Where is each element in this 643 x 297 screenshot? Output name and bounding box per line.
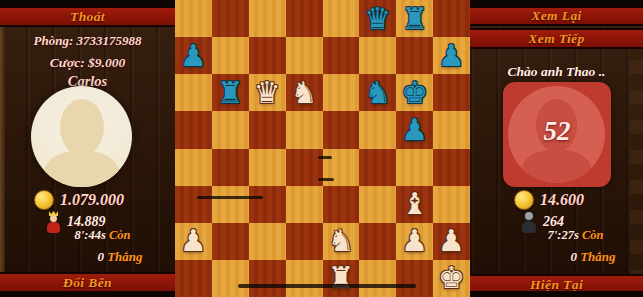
square-c6[interactable]: ♛ — [249, 74, 286, 111]
piece-white-pawn: ♟ — [175, 223, 212, 260]
square-d5[interactable] — [286, 111, 323, 148]
review-button-label: Xem Lại — [531, 8, 581, 24]
switch-side-button[interactable]: Đổi Bên — [0, 272, 175, 293]
square-f4[interactable] — [359, 149, 396, 186]
square-b2[interactable] — [212, 223, 249, 260]
left-player-panel: Thoát Phòng: 3733175988 Cược: $9.000 Car… — [0, 0, 175, 297]
player-wins-value: 0 — [97, 249, 104, 264]
piece-black-king: ♚ — [396, 74, 433, 111]
piece-white-knight: ♞ — [286, 74, 323, 111]
opponent-coins-value: 14.600 — [540, 191, 584, 209]
piece-black-pawn: ♟ — [175, 37, 212, 74]
square-c7[interactable] — [249, 37, 286, 74]
square-b6[interactable]: ♜ — [212, 74, 249, 111]
player-avatar — [31, 86, 132, 187]
square-c4[interactable] — [249, 149, 286, 186]
square-g7[interactable] — [396, 37, 433, 74]
opponent-time-value: 7':27s — [548, 228, 579, 242]
square-g2[interactable]: ♟ — [396, 223, 433, 260]
opponent-wins: 0 Thắng — [553, 249, 633, 265]
chess-game-screen: Thoát Phòng: 3733175988 Cược: $9.000 Car… — [0, 0, 643, 297]
square-d1[interactable] — [286, 260, 323, 297]
opponent-wins-value: 0 — [570, 249, 577, 264]
square-a3[interactable] — [175, 186, 212, 223]
wood-scratch-decoration — [197, 196, 263, 199]
exit-button[interactable]: Thoát — [0, 6, 175, 27]
square-c3[interactable] — [249, 186, 286, 223]
wood-scratch-decoration — [238, 284, 416, 288]
review-button[interactable]: Xem Lại — [470, 6, 643, 26]
gold-coin-icon — [34, 190, 54, 210]
wood-scratch-decoration — [318, 156, 332, 159]
square-e2[interactable]: ♞ — [323, 223, 360, 260]
square-a7[interactable]: ♟ — [175, 37, 212, 74]
opponent-time-remaining: 7':27s Còn — [523, 228, 628, 243]
square-e8[interactable] — [323, 0, 360, 37]
square-f5[interactable] — [359, 111, 396, 148]
square-a2[interactable]: ♟ — [175, 223, 212, 260]
piece-black-rook: ♜ — [212, 74, 249, 111]
square-f8[interactable]: ♛ — [359, 0, 396, 37]
continue-button-label: Xem Tiếp — [528, 31, 584, 47]
square-a8[interactable] — [175, 0, 212, 37]
room-number: Phòng: 3733175988 — [0, 33, 175, 49]
piece-white-bishop: ♝ — [396, 186, 433, 223]
player-wins-suffix: Thắng — [107, 249, 142, 264]
piece-white-pawn: ♟ — [433, 223, 470, 260]
square-h2[interactable]: ♟ — [433, 223, 470, 260]
square-h3[interactable] — [433, 186, 470, 223]
square-e7[interactable] — [323, 37, 360, 74]
square-d7[interactable] — [286, 37, 323, 74]
square-g5[interactable]: ♟ — [396, 111, 433, 148]
right-player-panel: Xem Lại Xem Tiếp Chào anh Thao .. 52 14.… — [470, 0, 643, 297]
piece-white-king: ♚ — [433, 260, 470, 297]
avatar-shoulders-silhouette — [44, 150, 119, 187]
gold-coin-icon — [514, 190, 534, 210]
avatar-head-silhouette — [60, 99, 104, 156]
square-e6[interactable] — [323, 74, 360, 111]
square-d4[interactable] — [286, 149, 323, 186]
piece-white-queen: ♛ — [249, 74, 286, 111]
square-a5[interactable] — [175, 111, 212, 148]
square-d2[interactable] — [286, 223, 323, 260]
square-e1[interactable]: ♜ — [323, 260, 360, 297]
player-time-remaining: 8':44s Còn — [50, 228, 155, 243]
square-b1[interactable] — [212, 260, 249, 297]
square-a6[interactable] — [175, 74, 212, 111]
square-e5[interactable] — [323, 111, 360, 148]
piece-black-queen: ♛ — [359, 0, 396, 37]
player-coins-value: 1.079.000 — [60, 191, 124, 209]
square-c2[interactable] — [249, 223, 286, 260]
square-h5[interactable] — [433, 111, 470, 148]
square-d8[interactable] — [286, 0, 323, 37]
piece-black-pawn: ♟ — [396, 111, 433, 148]
opponent-wins-suffix: Thắng — [580, 249, 615, 264]
player-time-suffix: Còn — [109, 228, 131, 242]
square-b7[interactable] — [212, 37, 249, 74]
panel-bottom-edge — [470, 291, 643, 297]
square-g3[interactable]: ♝ — [396, 186, 433, 223]
piece-white-rook: ♜ — [323, 260, 360, 297]
panel-top-edge — [0, 0, 175, 6]
square-f7[interactable] — [359, 37, 396, 74]
turn-timer: 52 — [503, 116, 611, 147]
opponent-shoulders-silhouette — [522, 149, 591, 183]
player-time-value: 8':44s — [75, 228, 106, 242]
square-f3[interactable] — [359, 186, 396, 223]
square-f2[interactable] — [359, 223, 396, 260]
piece-white-knight: ♞ — [323, 223, 360, 260]
panel-bottom-edge — [0, 291, 175, 297]
square-c8[interactable] — [249, 0, 286, 37]
square-c1[interactable] — [249, 260, 286, 297]
square-h4[interactable] — [433, 149, 470, 186]
square-b3[interactable] — [212, 186, 249, 223]
bet-amount: Cược: $9.000 — [0, 55, 175, 71]
square-c5[interactable] — [249, 111, 286, 148]
switch-side-button-label: Đổi Bên — [63, 275, 112, 291]
square-g1[interactable] — [396, 260, 433, 297]
square-b5[interactable] — [212, 111, 249, 148]
opponent-avatar: 52 — [503, 82, 611, 187]
piece-black-knight: ♞ — [359, 74, 396, 111]
continue-button[interactable]: Xem Tiếp — [470, 28, 643, 49]
square-g6[interactable]: ♚ — [396, 74, 433, 111]
square-h1[interactable]: ♚ — [433, 260, 470, 297]
square-b8[interactable] — [212, 0, 249, 37]
square-g4[interactable] — [396, 149, 433, 186]
square-d6[interactable]: ♞ — [286, 74, 323, 111]
square-f1[interactable] — [359, 260, 396, 297]
square-h8[interactable] — [433, 0, 470, 37]
square-b4[interactable] — [212, 149, 249, 186]
square-a1[interactable] — [175, 260, 212, 297]
square-e3[interactable] — [323, 186, 360, 223]
chess-board: ♛♜♟♟♜♛♞♞♚♟♝♟♞♟♟♜♚ — [175, 0, 470, 297]
square-h7[interactable]: ♟ — [433, 37, 470, 74]
panel-top-edge — [470, 0, 643, 6]
wood-scratch-decoration — [318, 178, 334, 181]
square-f6[interactable]: ♞ — [359, 74, 396, 111]
player-coins-row: 1.079.000 — [34, 190, 124, 210]
greeting-message: Chào anh Thao .. — [470, 64, 643, 80]
square-h6[interactable] — [433, 74, 470, 111]
square-g8[interactable]: ♜ — [396, 0, 433, 37]
square-d3[interactable] — [286, 186, 323, 223]
square-a4[interactable] — [175, 149, 212, 186]
player-wins: 0 Thắng — [78, 249, 162, 265]
piece-black-pawn: ♟ — [433, 37, 470, 74]
piece-white-pawn: ♟ — [396, 223, 433, 260]
opponent-time-suffix: Còn — [582, 228, 604, 242]
piece-black-rook: ♜ — [396, 0, 433, 37]
exit-button-label: Thoát — [70, 9, 105, 25]
opponent-coins-row: 14.600 — [514, 190, 584, 210]
